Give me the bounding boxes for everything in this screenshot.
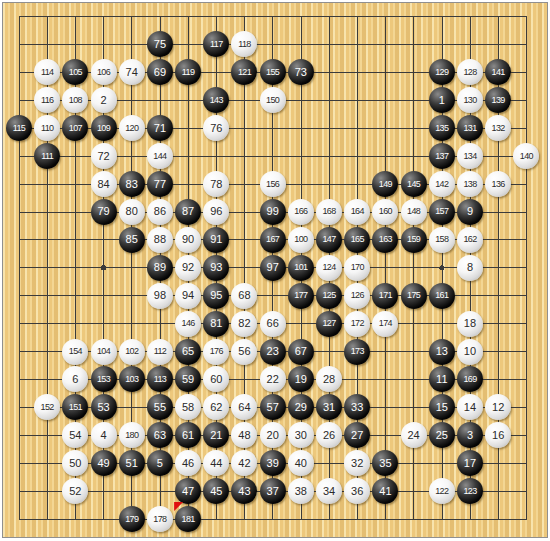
stone-6[interactable]: 6 [62,366,88,392]
stone-55[interactable]: 55 [147,394,173,420]
stone-149[interactable]: 149 [372,171,398,197]
stone-81[interactable]: 81 [203,311,229,337]
stone-137[interactable]: 137 [429,143,455,169]
stone-175[interactable]: 175 [401,283,427,309]
stone-177[interactable]: 177 [288,283,314,309]
stone-79[interactable]: 79 [91,199,117,225]
stone-4[interactable]: 4 [91,422,117,448]
stone-23[interactable]: 23 [260,339,286,365]
stone-98[interactable]: 98 [147,283,173,309]
stone-94[interactable]: 94 [175,283,201,309]
stone-66[interactable]: 66 [260,311,286,337]
stone-18[interactable]: 18 [457,311,483,337]
stone-117[interactable]: 117 [203,31,229,57]
stone-87[interactable]: 87 [175,199,201,225]
stone-56[interactable]: 56 [231,339,257,365]
stone-17[interactable]: 17 [457,450,483,476]
stone-48[interactable]: 48 [231,422,257,448]
stone-99[interactable]: 99 [260,199,286,225]
stone-72[interactable]: 72 [91,143,117,169]
stone-110[interactable]: 110 [34,115,60,141]
stone-91[interactable]: 91 [203,227,229,253]
stone-12[interactable]: 12 [485,394,511,420]
stone-173[interactable]: 173 [344,339,370,365]
stone-1[interactable]: 1 [429,87,455,113]
stone-31[interactable]: 31 [316,394,342,420]
stone-152[interactable]: 152 [34,394,60,420]
stone-96[interactable]: 96 [203,199,229,225]
stone-156[interactable]: 156 [260,171,286,197]
stone-43[interactable]: 43 [231,478,257,504]
stone-77[interactable]: 77 [147,171,173,197]
stone-75[interactable]: 75 [147,31,173,57]
stone-24[interactable]: 24 [401,422,427,448]
stone-63[interactable]: 63 [147,422,173,448]
stone-8[interactable]: 8 [457,255,483,281]
stone-171[interactable]: 171 [372,283,398,309]
stone-68[interactable]: 68 [231,283,257,309]
stone-111[interactable]: 111 [34,143,60,169]
stone-86[interactable]: 86 [147,199,173,225]
stone-154[interactable]: 154 [62,339,88,365]
stone-67[interactable]: 67 [288,339,314,365]
stone-5[interactable]: 5 [147,450,173,476]
stone-118[interactable]: 118 [231,31,257,57]
stone-32[interactable]: 32 [344,450,370,476]
last-move-marker [174,502,183,511]
stone-103[interactable]: 103 [119,366,145,392]
stone-28[interactable]: 28 [316,366,342,392]
stone-159[interactable]: 159 [401,227,427,253]
stone-164[interactable]: 164 [344,199,370,225]
stone-45[interactable]: 45 [203,478,229,504]
stone-115[interactable]: 115 [6,115,32,141]
stone-176[interactable]: 176 [203,339,229,365]
stone-157[interactable]: 157 [429,199,455,225]
stone-100[interactable]: 100 [288,227,314,253]
stone-71[interactable]: 71 [147,115,173,141]
stone-20[interactable]: 20 [260,422,286,448]
stone-160[interactable]: 160 [372,199,398,225]
stone-153[interactable]: 153 [91,366,117,392]
stone-168[interactable]: 168 [316,199,342,225]
stone-78[interactable]: 78 [203,171,229,197]
stone-139[interactable]: 139 [485,87,511,113]
stone-112[interactable]: 112 [147,339,173,365]
stone-180[interactable]: 180 [119,422,145,448]
stone-146[interactable]: 146 [175,311,201,337]
stone-54[interactable]: 54 [62,422,88,448]
stone-16[interactable]: 16 [485,422,511,448]
stone-50[interactable]: 50 [62,450,88,476]
stone-80[interactable]: 80 [119,199,145,225]
stone-129[interactable]: 129 [429,59,455,85]
stone-22[interactable]: 22 [260,366,286,392]
stone-2[interactable]: 2 [91,87,117,113]
stone-143[interactable]: 143 [203,87,229,113]
stone-181[interactable]: 181 [175,506,201,532]
stone-161[interactable]: 161 [429,283,455,309]
stone-179[interactable]: 179 [119,506,145,532]
stone-107[interactable]: 107 [62,115,88,141]
stone-30[interactable]: 30 [288,422,314,448]
stone-25[interactable]: 25 [429,422,455,448]
stone-132[interactable]: 132 [485,115,511,141]
stone-60[interactable]: 60 [203,366,229,392]
stone-53[interactable]: 53 [91,394,117,420]
stone-130[interactable]: 130 [457,87,483,113]
stone-147[interactable]: 147 [316,227,342,253]
stone-106[interactable]: 106 [91,59,117,85]
stone-151[interactable]: 151 [62,394,88,420]
stone-138[interactable]: 138 [457,171,483,197]
stone-35[interactable]: 35 [372,450,398,476]
stone-61[interactable]: 61 [175,422,201,448]
stone-148[interactable]: 148 [401,199,427,225]
stone-39[interactable]: 39 [260,450,286,476]
stone-104[interactable]: 104 [91,339,117,365]
stone-120[interactable]: 120 [119,115,145,141]
stone-163[interactable]: 163 [372,227,398,253]
stone-97[interactable]: 97 [260,255,286,281]
stone-150[interactable]: 150 [260,87,286,113]
stone-57[interactable]: 57 [260,394,286,420]
stone-19[interactable]: 19 [288,366,314,392]
stone-58[interactable]: 58 [175,394,201,420]
stone-170[interactable]: 170 [344,255,370,281]
stone-122[interactable]: 122 [429,478,455,504]
stone-167[interactable]: 167 [260,227,286,253]
stone-165[interactable]: 165 [344,227,370,253]
stone-127[interactable]: 127 [316,311,342,337]
stone-73[interactable]: 73 [288,59,314,85]
stone-26[interactable]: 26 [316,422,342,448]
stone-128[interactable]: 128 [457,59,483,85]
stone-41[interactable]: 41 [372,478,398,504]
stone-125[interactable]: 125 [316,283,342,309]
stone-11[interactable]: 11 [429,366,455,392]
stone-27[interactable]: 27 [344,422,370,448]
stone-113[interactable]: 113 [147,366,173,392]
stone-89[interactable]: 89 [147,255,173,281]
stone-109[interactable]: 109 [91,115,117,141]
stone-92[interactable]: 92 [175,255,201,281]
stone-136[interactable]: 136 [485,171,511,197]
stone-84[interactable]: 84 [91,171,117,197]
stone-52[interactable]: 52 [62,478,88,504]
stone-123[interactable]: 123 [457,478,483,504]
stone-10[interactable]: 10 [457,339,483,365]
stone-88[interactable]: 88 [147,227,173,253]
stone-144[interactable]: 144 [147,143,173,169]
stone-46[interactable]: 46 [175,450,201,476]
stone-90[interactable]: 90 [175,227,201,253]
stone-131[interactable]: 131 [457,115,483,141]
stone-49[interactable]: 49 [91,450,117,476]
stone-59[interactable]: 59 [175,366,201,392]
stone-15[interactable]: 15 [429,394,455,420]
stone-93[interactable]: 93 [203,255,229,281]
stone-172[interactable]: 172 [344,311,370,337]
stone-116[interactable]: 116 [34,87,60,113]
stone-9[interactable]: 9 [457,199,483,225]
stone-155[interactable]: 155 [260,59,286,85]
stone-44[interactable]: 44 [203,450,229,476]
stone-37[interactable]: 37 [260,478,286,504]
stone-69[interactable]: 69 [147,59,173,85]
stone-64[interactable]: 64 [231,394,257,420]
stone-178[interactable]: 178 [147,506,173,532]
stone-145[interactable]: 145 [401,171,427,197]
stones-layer: 7511711811410510674691191211557312912814… [5,3,541,534]
stone-105[interactable]: 105 [62,59,88,85]
stone-169[interactable]: 169 [457,366,483,392]
stone-62[interactable]: 62 [203,394,229,420]
stone-142[interactable]: 142 [429,171,455,197]
stone-135[interactable]: 135 [429,115,455,141]
stone-3[interactable]: 3 [457,422,483,448]
stone-82[interactable]: 82 [231,311,257,337]
stone-74[interactable]: 74 [119,59,145,85]
stone-166[interactable]: 166 [288,199,314,225]
stone-21[interactable]: 21 [203,422,229,448]
stone-134[interactable]: 134 [457,143,483,169]
stone-108[interactable]: 108 [62,87,88,113]
stone-121[interactable]: 121 [231,59,257,85]
stone-102[interactable]: 102 [119,339,145,365]
stone-76[interactable]: 76 [203,115,229,141]
stone-141[interactable]: 141 [485,59,511,85]
stone-51[interactable]: 51 [119,450,145,476]
stone-95[interactable]: 95 [203,283,229,309]
stone-36[interactable]: 36 [344,478,370,504]
stone-83[interactable]: 83 [119,171,145,197]
stone-34[interactable]: 34 [316,478,342,504]
stone-174[interactable]: 174 [372,311,398,337]
stone-38[interactable]: 38 [288,478,314,504]
stone-119[interactable]: 119 [175,59,201,85]
stone-140[interactable]: 140 [513,143,539,169]
stone-65[interactable]: 65 [175,339,201,365]
stone-40[interactable]: 40 [288,450,314,476]
stone-29[interactable]: 29 [288,394,314,420]
stone-126[interactable]: 126 [344,283,370,309]
stone-114[interactable]: 114 [34,59,60,85]
stone-101[interactable]: 101 [288,255,314,281]
stone-33[interactable]: 33 [344,394,370,420]
stone-158[interactable]: 158 [429,227,455,253]
stone-13[interactable]: 13 [429,339,455,365]
stone-47[interactable]: 47 [175,478,201,504]
go-board: 7511711811410510674691191211557312912814… [0,0,550,541]
stone-42[interactable]: 42 [231,450,257,476]
stone-162[interactable]: 162 [457,227,483,253]
stone-124[interactable]: 124 [316,255,342,281]
stone-85[interactable]: 85 [119,227,145,253]
stone-14[interactable]: 14 [457,394,483,420]
